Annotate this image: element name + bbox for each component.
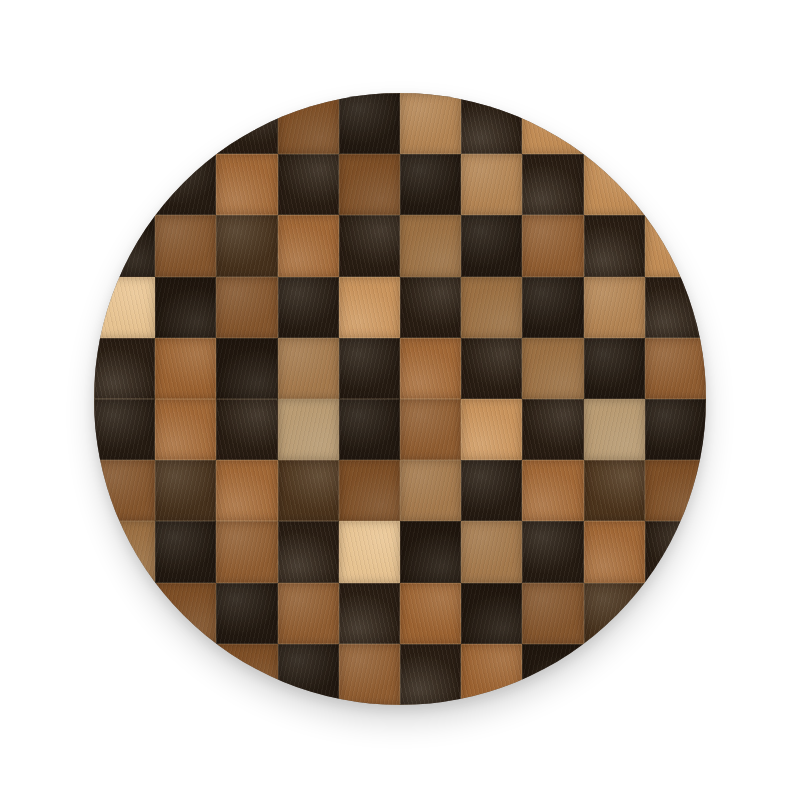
board-cell — [461, 277, 522, 338]
board-cell — [584, 644, 645, 705]
board-cell — [278, 277, 339, 338]
board-cell — [278, 338, 339, 399]
board-cell — [216, 583, 277, 644]
board-cell — [461, 460, 522, 521]
board-cell — [584, 583, 645, 644]
board-cell — [216, 277, 277, 338]
board-cell — [216, 644, 277, 705]
board-cell — [216, 338, 277, 399]
board-cell — [400, 338, 461, 399]
board-cell — [400, 277, 461, 338]
board-cell — [584, 215, 645, 276]
board-cell — [584, 338, 645, 399]
board-cell — [94, 460, 155, 521]
board-cell — [94, 521, 155, 582]
board-cell — [584, 277, 645, 338]
board-cell — [461, 338, 522, 399]
board-cell — [216, 460, 277, 521]
board-cell — [522, 215, 583, 276]
board-cell — [278, 93, 339, 154]
board-cell — [645, 399, 706, 460]
board-cell — [584, 521, 645, 582]
board-cell — [339, 521, 400, 582]
board-cell — [278, 215, 339, 276]
board-cell — [400, 644, 461, 705]
board-cell — [339, 277, 400, 338]
board-cell — [155, 154, 216, 215]
board-cell — [155, 277, 216, 338]
board-cell — [461, 399, 522, 460]
board-cell — [278, 154, 339, 215]
board-cell — [339, 93, 400, 154]
board-cell — [216, 93, 277, 154]
board-cell — [400, 215, 461, 276]
board-cell — [584, 93, 645, 154]
board-cell — [645, 338, 706, 399]
board-cell — [522, 154, 583, 215]
board-cell — [278, 399, 339, 460]
board-cell — [94, 399, 155, 460]
board-cell — [339, 399, 400, 460]
board-cell — [339, 338, 400, 399]
board-cell — [278, 460, 339, 521]
board-cell — [155, 460, 216, 521]
board-cell — [400, 583, 461, 644]
board-cell — [645, 644, 706, 705]
board-cell — [155, 644, 216, 705]
board-cell — [400, 521, 461, 582]
board-cell — [216, 399, 277, 460]
board-cell — [400, 460, 461, 521]
board-cell — [522, 521, 583, 582]
board-cell — [522, 93, 583, 154]
board-cell — [339, 644, 400, 705]
board-cell — [155, 521, 216, 582]
board-cell — [94, 644, 155, 705]
board-cell — [400, 93, 461, 154]
board-cell — [645, 215, 706, 276]
board-cell — [461, 93, 522, 154]
photo-canvas — [0, 0, 794, 796]
board-cell — [522, 460, 583, 521]
board-cell — [584, 460, 645, 521]
board-cell — [400, 154, 461, 215]
board-cell — [94, 154, 155, 215]
board-cell — [155, 215, 216, 276]
board-cell — [645, 154, 706, 215]
board-cell — [522, 338, 583, 399]
board-cell — [94, 338, 155, 399]
board-cell — [645, 93, 706, 154]
board-cell — [94, 277, 155, 338]
board-cell — [339, 460, 400, 521]
board-cell — [339, 154, 400, 215]
board-cell — [278, 644, 339, 705]
board-cell — [461, 521, 522, 582]
board-cell — [645, 583, 706, 644]
board-cell — [94, 93, 155, 154]
board-cell — [155, 93, 216, 154]
board-cell — [645, 521, 706, 582]
board-cell — [94, 215, 155, 276]
board-cell — [155, 338, 216, 399]
board-cell — [400, 399, 461, 460]
board-cell — [461, 154, 522, 215]
board-cell — [339, 215, 400, 276]
board-cell — [216, 215, 277, 276]
board-cell — [584, 399, 645, 460]
board-cell — [155, 583, 216, 644]
board-cell — [461, 644, 522, 705]
board-cell — [155, 399, 216, 460]
board-cell — [94, 583, 155, 644]
board-cell — [278, 521, 339, 582]
board-cell — [584, 154, 645, 215]
board-cell — [645, 460, 706, 521]
board-cell — [278, 583, 339, 644]
board-cell — [216, 521, 277, 582]
board-cell — [461, 583, 522, 644]
board-cell — [522, 583, 583, 644]
board-cell — [216, 154, 277, 215]
checkerboard-rug — [94, 93, 706, 705]
board-cell — [339, 583, 400, 644]
board-cell — [522, 277, 583, 338]
board-cell — [461, 215, 522, 276]
board-cell — [522, 644, 583, 705]
board-cell — [522, 399, 583, 460]
board-cell — [645, 277, 706, 338]
